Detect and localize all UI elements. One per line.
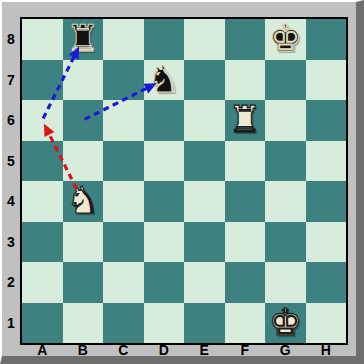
file-label-h: H bbox=[306, 343, 347, 358]
square-e1[interactable] bbox=[184, 303, 225, 344]
square-b3[interactable] bbox=[63, 222, 104, 263]
square-f5[interactable] bbox=[225, 141, 266, 182]
square-f2[interactable] bbox=[225, 262, 266, 303]
file-label-d: D bbox=[144, 343, 185, 358]
chess-board: ♜♚♞♜♞♚ bbox=[20, 17, 348, 345]
square-h1[interactable] bbox=[306, 303, 347, 344]
square-a3[interactable] bbox=[22, 222, 63, 263]
rank-label-2: 2 bbox=[2, 262, 20, 303]
file-label-e: E bbox=[184, 343, 225, 358]
square-a4[interactable] bbox=[22, 181, 63, 222]
square-h8[interactable] bbox=[306, 19, 347, 60]
file-label-b: B bbox=[63, 343, 104, 358]
rank-labels: 87654321 bbox=[2, 19, 20, 343]
square-f1[interactable] bbox=[225, 303, 266, 344]
square-d2[interactable] bbox=[144, 262, 185, 303]
square-a7[interactable] bbox=[22, 60, 63, 101]
square-h3[interactable] bbox=[306, 222, 347, 263]
square-b1[interactable] bbox=[63, 303, 104, 344]
square-d7[interactable]: ♞ bbox=[144, 60, 185, 101]
square-a8[interactable] bbox=[22, 19, 63, 60]
square-d5[interactable] bbox=[144, 141, 185, 182]
square-e2[interactable] bbox=[184, 262, 225, 303]
square-c4[interactable] bbox=[103, 181, 144, 222]
rank-label-5: 5 bbox=[2, 141, 20, 182]
square-h2[interactable] bbox=[306, 262, 347, 303]
square-e3[interactable] bbox=[184, 222, 225, 263]
square-h7[interactable] bbox=[306, 60, 347, 101]
rank-label-8: 8 bbox=[2, 19, 20, 60]
rank-label-4: 4 bbox=[2, 181, 20, 222]
square-c3[interactable] bbox=[103, 222, 144, 263]
square-c8[interactable] bbox=[103, 19, 144, 60]
square-g1[interactable]: ♚ bbox=[265, 303, 306, 344]
square-c5[interactable] bbox=[103, 141, 144, 182]
square-f7[interactable] bbox=[225, 60, 266, 101]
square-e8[interactable] bbox=[184, 19, 225, 60]
square-a1[interactable] bbox=[22, 303, 63, 344]
square-d4[interactable] bbox=[144, 181, 185, 222]
square-c7[interactable] bbox=[103, 60, 144, 101]
square-e6[interactable] bbox=[184, 100, 225, 141]
white-king[interactable]: ♚ bbox=[265, 303, 306, 344]
rank-label-7: 7 bbox=[2, 60, 20, 101]
square-d6[interactable] bbox=[144, 100, 185, 141]
square-g4[interactable] bbox=[265, 181, 306, 222]
file-label-c: C bbox=[103, 343, 144, 358]
square-b6[interactable] bbox=[63, 100, 104, 141]
white-knight[interactable]: ♞ bbox=[63, 181, 104, 222]
square-f6[interactable]: ♜ bbox=[225, 100, 266, 141]
square-d1[interactable] bbox=[144, 303, 185, 344]
file-label-a: A bbox=[22, 343, 63, 358]
square-d3[interactable] bbox=[144, 222, 185, 263]
rank-label-3: 3 bbox=[2, 222, 20, 263]
square-b4[interactable]: ♞ bbox=[63, 181, 104, 222]
black-knight[interactable]: ♞ bbox=[144, 60, 185, 101]
square-f8[interactable] bbox=[225, 19, 266, 60]
square-c2[interactable] bbox=[103, 262, 144, 303]
square-a6[interactable] bbox=[22, 100, 63, 141]
file-labels: ABCDEFGH bbox=[22, 343, 346, 358]
square-a5[interactable] bbox=[22, 141, 63, 182]
square-f3[interactable] bbox=[225, 222, 266, 263]
square-g7[interactable] bbox=[265, 60, 306, 101]
square-d8[interactable] bbox=[144, 19, 185, 60]
file-label-f: F bbox=[225, 343, 266, 358]
board-frame: 87654321 ♜♚♞♜♞♚ ABCDEFGH bbox=[0, 0, 364, 364]
black-rook[interactable]: ♜ bbox=[63, 19, 104, 60]
square-c1[interactable] bbox=[103, 303, 144, 344]
square-a2[interactable] bbox=[22, 262, 63, 303]
square-b2[interactable] bbox=[63, 262, 104, 303]
square-b5[interactable] bbox=[63, 141, 104, 182]
square-g6[interactable] bbox=[265, 100, 306, 141]
square-g8[interactable]: ♚ bbox=[265, 19, 306, 60]
square-b7[interactable] bbox=[63, 60, 104, 101]
file-label-g: G bbox=[265, 343, 306, 358]
square-g2[interactable] bbox=[265, 262, 306, 303]
square-f4[interactable] bbox=[225, 181, 266, 222]
square-h5[interactable] bbox=[306, 141, 347, 182]
square-g5[interactable] bbox=[265, 141, 306, 182]
square-b8[interactable]: ♜ bbox=[63, 19, 104, 60]
square-e7[interactable] bbox=[184, 60, 225, 101]
square-g3[interactable] bbox=[265, 222, 306, 263]
white-rook[interactable]: ♜ bbox=[225, 100, 266, 141]
square-e5[interactable] bbox=[184, 141, 225, 182]
square-c6[interactable] bbox=[103, 100, 144, 141]
square-h4[interactable] bbox=[306, 181, 347, 222]
square-h6[interactable] bbox=[306, 100, 347, 141]
rank-label-1: 1 bbox=[2, 303, 20, 344]
rank-label-6: 6 bbox=[2, 100, 20, 141]
square-e4[interactable] bbox=[184, 181, 225, 222]
black-king[interactable]: ♚ bbox=[265, 19, 306, 60]
